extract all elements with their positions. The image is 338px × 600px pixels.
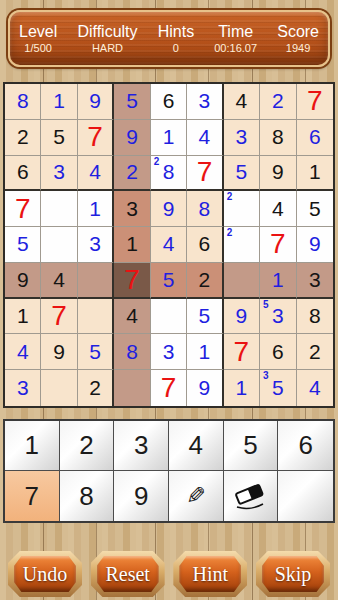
cell-r7c2[interactable]: 7 <box>41 299 77 335</box>
time-value: 00:16.07 <box>214 42 257 55</box>
cell-r2c1[interactable]: 2 <box>5 120 41 156</box>
cell-r7c3[interactable] <box>78 299 114 335</box>
cell-r4c9[interactable]: 5 <box>297 191 333 227</box>
difficulty-label: Difficulty <box>77 22 137 41</box>
cell-value: 3 <box>126 197 138 221</box>
cell-r5c4[interactable]: 1 <box>114 227 150 263</box>
cell-value: 8 <box>17 89 29 113</box>
cell-r1c9[interactable]: 7 <box>297 84 333 120</box>
cell-r7c9[interactable]: 8 <box>297 299 333 335</box>
cell-value: 7 <box>15 193 31 225</box>
cell-r7c8[interactable]: 53 <box>260 299 296 335</box>
cell-r6c4[interactable]: 7 <box>114 263 150 299</box>
reset-button-label: Reset <box>105 563 149 586</box>
cell-value: 9 <box>53 340 65 364</box>
cell-r7c4[interactable]: 4 <box>114 299 150 335</box>
cell-r5c7[interactable]: 2 <box>224 227 260 263</box>
blank-key <box>278 471 333 521</box>
cell-r2c2[interactable]: 5 <box>41 120 77 156</box>
key-1[interactable]: 1 <box>5 421 60 471</box>
cell-r3c7[interactable]: 5 <box>224 156 260 192</box>
control-buttons: Undo Reset Hint Skip <box>0 551 338 597</box>
eraser-button[interactable] <box>224 471 279 521</box>
cell-value: 4 <box>309 376 321 400</box>
stat-time: Time 00:16.07 <box>214 22 257 54</box>
cell-value: 7 <box>234 336 250 368</box>
cell-r1c2[interactable]: 1 <box>41 84 77 120</box>
pencil-note: 2 <box>227 227 233 238</box>
cell-r8c6[interactable]: 1 <box>187 334 223 370</box>
cell-value: 4 <box>272 197 284 221</box>
stat-score: Score 1949 <box>277 22 319 54</box>
cell-value: 9 <box>163 197 175 221</box>
cell-value: 3 <box>236 125 248 149</box>
cell-r9c2[interactable] <box>41 370 77 406</box>
key-label: 4 <box>189 430 203 461</box>
cell-value: 9 <box>236 304 248 328</box>
time-label: Time <box>218 22 253 41</box>
cell-value: 1 <box>163 125 175 149</box>
cell-value: 2 <box>89 376 101 400</box>
cell-value: 7 <box>197 156 213 188</box>
cell-value: 8 <box>126 340 138 364</box>
pencil-note: 2 <box>154 156 160 167</box>
cell-r3c9[interactable]: 1 <box>297 156 333 192</box>
cell-value: 5 <box>89 340 101 364</box>
cell-r4c6[interactable]: 8 <box>187 191 223 227</box>
cell-r8c9[interactable]: 2 <box>297 334 333 370</box>
undo-button[interactable]: Undo <box>8 551 82 597</box>
cell-r6c3[interactable] <box>78 263 114 299</box>
cell-r5c5[interactable]: 4 <box>151 227 187 263</box>
cell-value: 8 <box>199 197 211 221</box>
cell-value: 9 <box>126 125 138 149</box>
cell-r4c3[interactable]: 1 <box>78 191 114 227</box>
pencil-note: 2 <box>227 191 233 202</box>
pencil-button[interactable]: ✎ <box>169 471 224 521</box>
cell-value: 8 <box>272 125 284 149</box>
cell-value: 7 <box>124 264 140 296</box>
cell-value: 5 <box>199 304 211 328</box>
key-label: 8 <box>79 481 93 512</box>
skip-button-label: Skip <box>275 563 312 586</box>
cell-r9c7[interactable]: 1 <box>224 370 260 406</box>
cell-r6c8[interactable]: 1 <box>260 263 296 299</box>
cell-value: 3 <box>199 89 211 113</box>
cell-value: 2 <box>17 125 29 149</box>
cell-r6c1[interactable]: 9 <box>5 263 41 299</box>
cell-value: 9 <box>272 160 284 184</box>
cell-value: 2 <box>272 89 284 113</box>
pencil-icon: ✎ <box>186 484 206 508</box>
key-label: 3 <box>134 430 148 461</box>
cell-r5c3[interactable]: 3 <box>78 227 114 263</box>
key-8[interactable]: 8 <box>60 471 115 521</box>
level-label: Level <box>19 22 57 41</box>
cell-value: 6 <box>272 340 284 364</box>
undo-button-label: Undo <box>23 563 67 586</box>
cell-r6c5[interactable]: 5 <box>151 263 187 299</box>
cell-value: 3 <box>309 268 321 292</box>
cell-value: 3 <box>163 340 175 364</box>
sudoku-grid: 8195634272579143866342287591713982455314… <box>3 82 335 408</box>
cell-r1c3[interactable]: 9 <box>78 84 114 120</box>
cell-r1c1[interactable]: 8 <box>5 84 41 120</box>
cell-r5c1[interactable]: 5 <box>5 227 41 263</box>
cell-r3c3[interactable]: 4 <box>78 156 114 192</box>
cell-value: 8 <box>309 304 321 328</box>
stat-hints: Hints 0 <box>158 22 194 54</box>
cell-value: 1 <box>17 304 29 328</box>
cell-r5c2[interactable] <box>41 227 77 263</box>
reset-button[interactable]: Reset <box>91 551 165 597</box>
cell-r8c2[interactable]: 9 <box>41 334 77 370</box>
cell-r9c8[interactable]: 35 <box>260 370 296 406</box>
cell-r9c1[interactable]: 3 <box>5 370 41 406</box>
key-6[interactable]: 6 <box>278 421 333 471</box>
key-label: 5 <box>243 430 257 461</box>
cell-value: 6 <box>199 232 211 256</box>
cell-r3c4[interactable]: 2 <box>114 156 150 192</box>
pencil-note: 3 <box>263 370 269 381</box>
cell-r2c8[interactable]: 8 <box>260 120 296 156</box>
cell-r8c4[interactable]: 8 <box>114 334 150 370</box>
cell-value: 7 <box>307 85 323 117</box>
cell-value: 3 <box>17 376 29 400</box>
cell-value: 4 <box>163 232 175 256</box>
skip-button[interactable]: Skip <box>256 551 330 597</box>
key-label: 6 <box>298 430 312 461</box>
cell-value: 1 <box>89 197 101 221</box>
cell-value: 6 <box>163 89 175 113</box>
cell-r9c9[interactable]: 4 <box>297 370 333 406</box>
cell-value: 2 <box>199 268 211 292</box>
cell-value: 1 <box>272 268 284 292</box>
key-label: 7 <box>25 481 39 512</box>
cell-r2c4[interactable]: 9 <box>114 120 150 156</box>
key-label: 1 <box>25 430 39 461</box>
stat-level: Level 1/500 <box>19 22 57 54</box>
cell-r9c6[interactable]: 9 <box>187 370 223 406</box>
key-label: 2 <box>79 430 93 461</box>
cell-r2c9[interactable]: 6 <box>297 120 333 156</box>
cell-r1c7[interactable]: 4 <box>224 84 260 120</box>
cell-r7c5[interactable] <box>151 299 187 335</box>
cell-r2c5[interactable]: 1 <box>151 120 187 156</box>
cell-value: 6 <box>17 160 29 184</box>
cell-value: 2 <box>126 160 138 184</box>
cell-value: 1 <box>199 340 211 364</box>
cell-value: 5 <box>272 376 284 400</box>
sudoku-app: Level 1/500 Difficulty HARD Hints 0 Time… <box>0 0 338 600</box>
cell-r1c4[interactable]: 5 <box>114 84 150 120</box>
pencil-note: 5 <box>263 299 269 310</box>
hint-button-label: Hint <box>193 563 229 586</box>
cell-r5c6[interactable]: 6 <box>187 227 223 263</box>
cell-value: 9 <box>309 232 321 256</box>
cell-value: 3 <box>272 304 284 328</box>
cell-value: 1 <box>236 376 248 400</box>
cell-r4c7[interactable]: 2 <box>224 191 260 227</box>
cell-r6c7[interactable] <box>224 263 260 299</box>
cell-r8c1[interactable]: 4 <box>5 334 41 370</box>
eraser-icon <box>232 483 268 510</box>
cell-r2c3[interactable]: 7 <box>78 120 114 156</box>
cell-r1c6[interactable]: 3 <box>187 84 223 120</box>
cell-r4c8[interactable]: 4 <box>260 191 296 227</box>
score-value: 1949 <box>286 42 310 55</box>
stat-difficulty: Difficulty HARD <box>77 22 137 54</box>
cell-value: 1 <box>126 232 138 256</box>
cell-r5c9[interactable]: 9 <box>297 227 333 263</box>
cell-value: 6 <box>309 125 321 149</box>
cell-value: 4 <box>126 304 138 328</box>
cell-value: 8 <box>163 160 175 184</box>
hints-value: 0 <box>173 42 179 55</box>
cell-value: 9 <box>199 376 211 400</box>
difficulty-value: HARD <box>92 42 123 55</box>
cell-value: 1 <box>309 160 321 184</box>
cell-r5c8[interactable]: 7 <box>260 227 296 263</box>
cell-value: 7 <box>161 372 177 404</box>
cell-r4c2[interactable] <box>41 191 77 227</box>
key-3[interactable]: 3 <box>114 421 169 471</box>
cell-value: 1 <box>53 89 65 113</box>
status-bar: Level 1/500 Difficulty HARD Hints 0 Time… <box>8 10 330 67</box>
cell-value: 5 <box>236 160 248 184</box>
level-value: 1/500 <box>24 42 52 55</box>
cell-r3c6[interactable]: 7 <box>187 156 223 192</box>
cell-value: 7 <box>87 121 103 153</box>
cell-value: 7 <box>270 228 286 260</box>
number-pad: 123456789✎ <box>3 419 335 523</box>
cell-value: 9 <box>89 89 101 113</box>
cell-value: 4 <box>53 268 65 292</box>
cell-r9c3[interactable]: 2 <box>78 370 114 406</box>
score-label: Score <box>277 22 319 41</box>
cell-r9c4[interactable] <box>114 370 150 406</box>
key-9[interactable]: 9 <box>114 471 169 521</box>
cell-r7c6[interactable]: 5 <box>187 299 223 335</box>
cell-value: 3 <box>53 160 65 184</box>
cell-r3c1[interactable]: 6 <box>5 156 41 192</box>
cell-value: 5 <box>17 232 29 256</box>
cell-r8c8[interactable]: 6 <box>260 334 296 370</box>
cell-r4c4[interactable]: 3 <box>114 191 150 227</box>
cell-value: 5 <box>53 125 65 149</box>
hints-label: Hints <box>158 22 194 41</box>
cell-r2c7[interactable]: 3 <box>224 120 260 156</box>
cell-value: 4 <box>236 89 248 113</box>
key-label: 9 <box>134 481 148 512</box>
cell-r8c5[interactable]: 3 <box>151 334 187 370</box>
cell-r4c1[interactable]: 7 <box>5 191 41 227</box>
cell-value: 7 <box>51 300 67 332</box>
cell-value: 3 <box>89 232 101 256</box>
cell-value: 4 <box>89 160 101 184</box>
key-2[interactable]: 2 <box>60 421 115 471</box>
cell-r7c1[interactable]: 1 <box>5 299 41 335</box>
cell-r8c7[interactable]: 7 <box>224 334 260 370</box>
key-4[interactable]: 4 <box>169 421 224 471</box>
cell-r4c5[interactable]: 9 <box>151 191 187 227</box>
cell-r3c8[interactable]: 9 <box>260 156 296 192</box>
key-7[interactable]: 7 <box>5 471 60 521</box>
cell-value: 4 <box>199 125 211 149</box>
cell-r3c2[interactable]: 3 <box>41 156 77 192</box>
cell-r8c3[interactable]: 5 <box>78 334 114 370</box>
cell-value: 2 <box>309 340 321 364</box>
cell-r3c5[interactable]: 28 <box>151 156 187 192</box>
cell-value: 4 <box>17 340 29 364</box>
cell-r9c5[interactable]: 7 <box>151 370 187 406</box>
cell-value: 9 <box>17 268 29 292</box>
hint-button[interactable]: Hint <box>173 551 247 597</box>
cell-r1c8[interactable]: 2 <box>260 84 296 120</box>
cell-r6c2[interactable]: 4 <box>41 263 77 299</box>
cell-r1c5[interactable]: 6 <box>151 84 187 120</box>
cell-r7c7[interactable]: 9 <box>224 299 260 335</box>
cell-value: 5 <box>163 268 175 292</box>
key-5[interactable]: 5 <box>224 421 279 471</box>
cell-value: 5 <box>309 197 321 221</box>
cell-r6c6[interactable]: 2 <box>187 263 223 299</box>
cell-r6c9[interactable]: 3 <box>297 263 333 299</box>
cell-value: 5 <box>126 89 138 113</box>
cell-r2c6[interactable]: 4 <box>187 120 223 156</box>
